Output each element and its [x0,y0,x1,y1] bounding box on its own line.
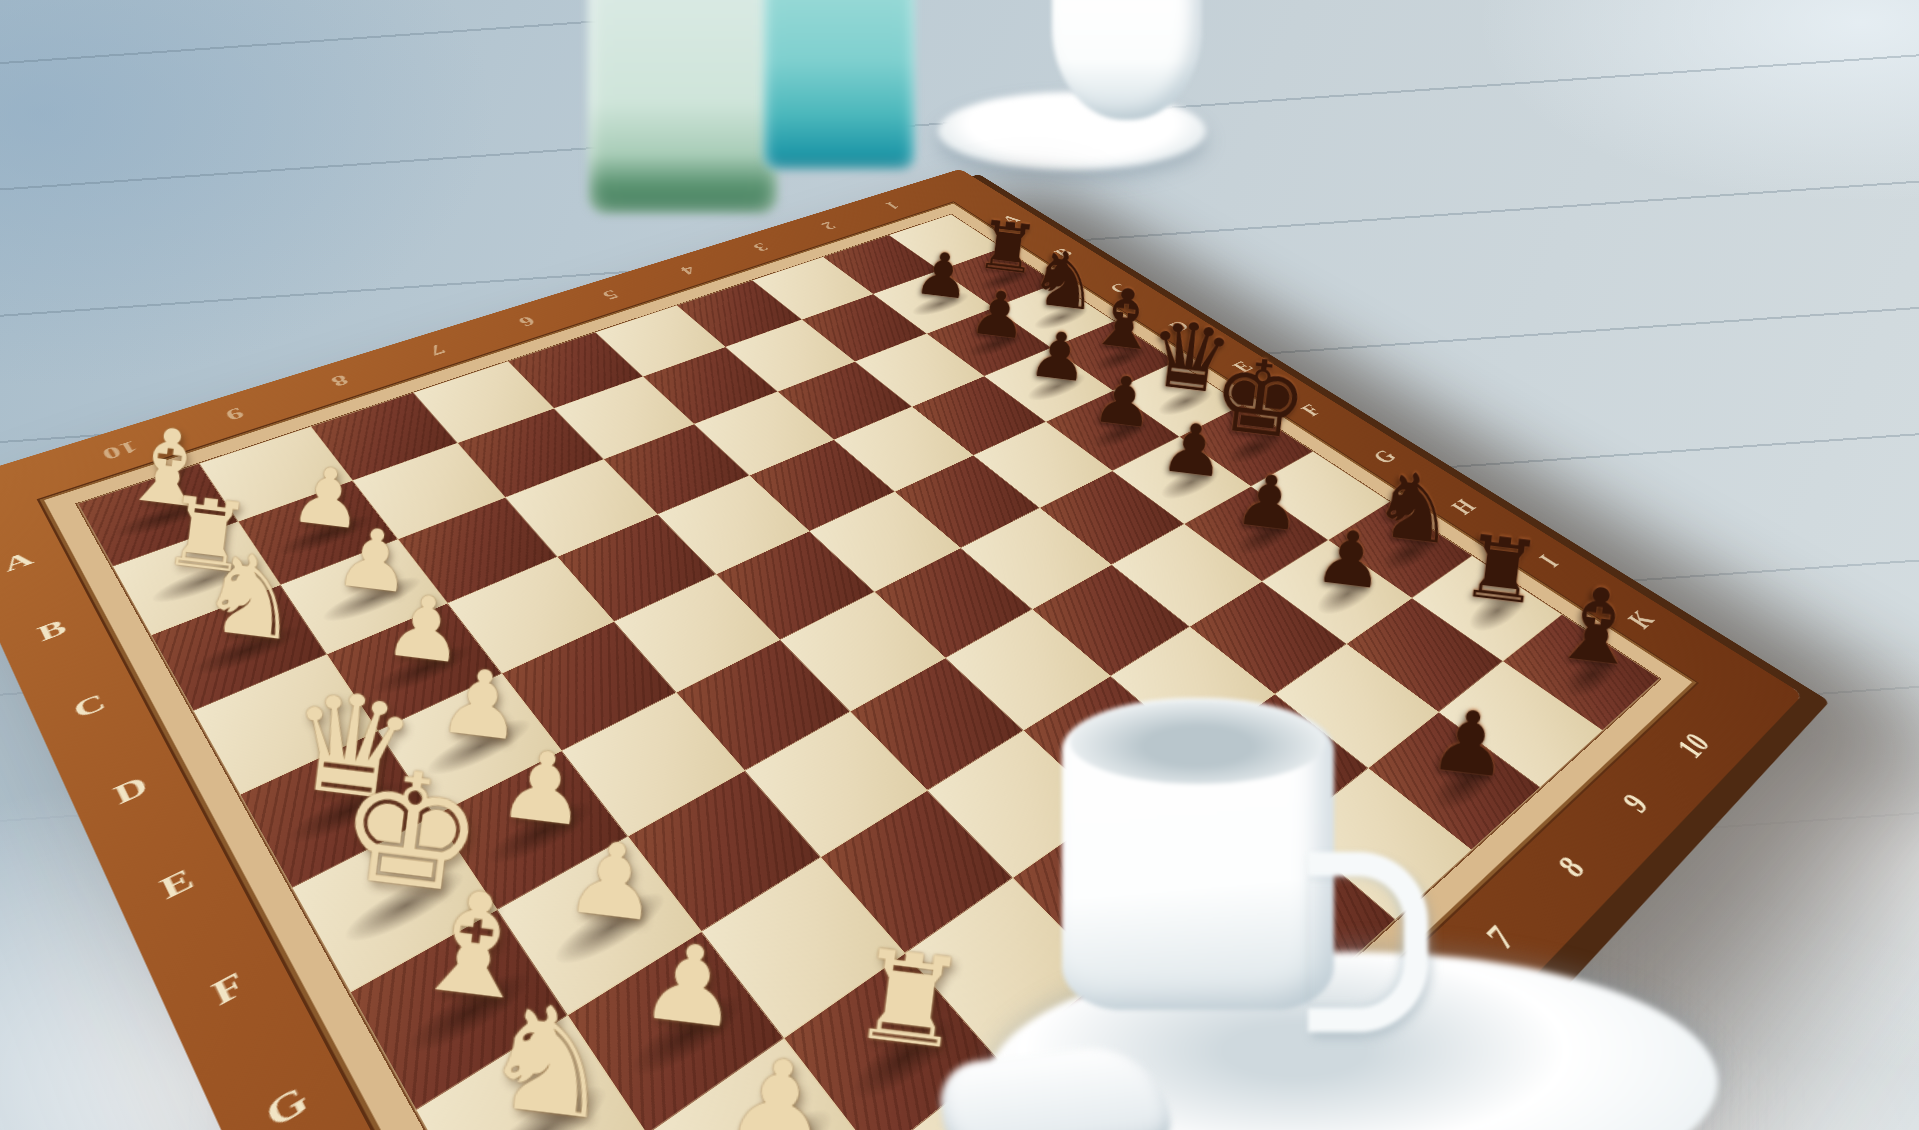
black-bishop-K10: ♝ [1535,569,1659,684]
white-knight-H1: ♞ [458,979,639,1130]
black-pawn-H9: ♟ [1292,515,1408,602]
black-rook-I10: ♜ [1443,521,1560,619]
board-scene: ABCDEFGHIK ABCDEFGHIK 12345678910 123456… [0,0,1919,1130]
white-rook-I3: ♜ [825,929,993,1070]
bottom-white-cup [1062,698,1334,1010]
black-pawn-K8: ♟ [1404,693,1537,793]
board-perspective: ABCDEFGHIK ABCDEFGHIK 12345678910 123456… [0,0,1919,1130]
bottom-cup-handle [1308,852,1428,1032]
square-G8 [1112,524,1262,627]
white-knight-C1: ♞ [182,534,319,659]
